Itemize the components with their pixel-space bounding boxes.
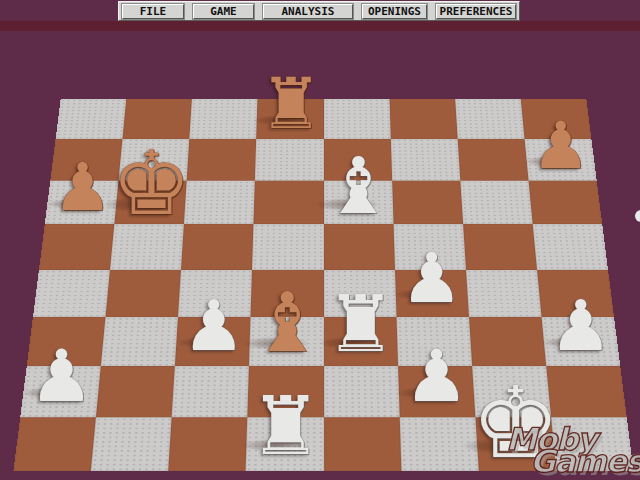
menu-button-analysis[interactable]: ANALYSIS: [263, 4, 353, 19]
piece-black-pawn-h7[interactable]: ♟: [528, 113, 593, 178]
square-c7[interactable]: [187, 139, 257, 181]
square-e8[interactable]: [324, 99, 391, 139]
piece-white-pawn-c3[interactable]: ♟: [179, 291, 249, 361]
menu-bar: FILEGAMEANALYSISOPENINGSPREFERENCES: [118, 1, 520, 21]
square-g6[interactable]: [460, 181, 532, 224]
square-e2[interactable]: [324, 366, 400, 417]
square-f7[interactable]: [390, 139, 460, 181]
square-g5[interactable]: [463, 224, 537, 269]
piece-white-bishop-e6[interactable]: ♝: [319, 147, 397, 225]
square-b2[interactable]: [96, 366, 175, 417]
square-h5[interactable]: [533, 224, 608, 269]
square-f8[interactable]: [389, 99, 457, 139]
square-g3[interactable]: [469, 317, 546, 366]
square-a5[interactable]: [39, 224, 114, 269]
piece-black-bishop-d3[interactable]: ♝: [246, 282, 328, 364]
square-b3[interactable]: [101, 317, 178, 366]
menu-button-openings[interactable]: OPENINGS: [362, 4, 427, 19]
square-a1[interactable]: [13, 417, 96, 471]
piece-white-pawn-h3[interactable]: ♟: [546, 291, 616, 361]
menu-button-game[interactable]: GAME: [193, 4, 254, 19]
piece-white-pawn-a2[interactable]: ♟: [26, 340, 98, 412]
square-b1[interactable]: [91, 417, 172, 471]
square-d5[interactable]: [252, 224, 323, 269]
piece-white-king-g1[interactable]: ♚: [466, 373, 565, 472]
piece-black-king-b6[interactable]: ♚: [107, 139, 196, 228]
square-h6[interactable]: [528, 181, 602, 224]
square-c8[interactable]: [190, 99, 258, 139]
piece-black-rook-d8[interactable]: ♜: [256, 69, 326, 139]
menu-separator-line: [0, 21, 640, 31]
square-e1[interactable]: [324, 417, 402, 471]
piece-white-pawn-f2[interactable]: ♟: [400, 340, 472, 412]
square-g7[interactable]: [457, 139, 528, 181]
piece-black-pawn-a6[interactable]: ♟: [50, 155, 116, 221]
square-e5[interactable]: [324, 224, 395, 269]
cursor-artifact: [635, 210, 640, 222]
menu-button-preferences[interactable]: PREFERENCES: [436, 4, 516, 19]
square-f6[interactable]: [392, 181, 463, 224]
square-d6[interactable]: [254, 181, 324, 224]
square-g4[interactable]: [466, 270, 542, 317]
square-c5[interactable]: [181, 224, 254, 269]
piece-white-rook-d1[interactable]: ♜: [245, 386, 326, 467]
menu-button-file[interactable]: FILE: [122, 4, 184, 19]
piece-white-rook-e3[interactable]: ♜: [322, 285, 400, 363]
square-d7[interactable]: [255, 139, 323, 181]
square-c2[interactable]: [172, 366, 249, 417]
square-a4[interactable]: [33, 270, 110, 317]
square-c1[interactable]: [168, 417, 247, 471]
game-screen: FILEGAMEANALYSISOPENINGSPREFERENCES ♜♟♟♚…: [0, 0, 640, 480]
square-g8[interactable]: [455, 99, 525, 139]
square-b4[interactable]: [106, 270, 182, 317]
piece-white-pawn-f4[interactable]: ♟: [397, 244, 466, 313]
